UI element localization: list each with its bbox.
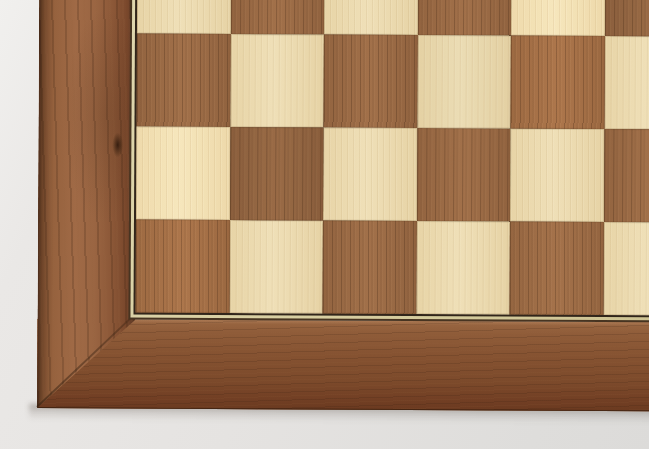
square-b2: [229, 127, 323, 220]
square-e3: [510, 35, 604, 128]
square-f1: [603, 222, 649, 315]
board-grid: [136, 0, 649, 315]
square-e1: [509, 221, 603, 314]
square-a3: [136, 34, 230, 127]
square-d1: [416, 221, 510, 314]
square-d3: [417, 35, 511, 128]
chessboard-photo-scene: [0, 0, 649, 449]
square-c1: [322, 220, 416, 313]
square-a4: [137, 0, 231, 34]
square-b3: [230, 34, 324, 127]
chessboard-assembly: [37, 0, 649, 412]
square-a1: [136, 220, 230, 313]
square-d2: [416, 128, 510, 221]
square-c2: [323, 127, 417, 220]
frame-bottom-rail: [37, 319, 649, 412]
square-a2: [136, 127, 230, 220]
square-b1: [229, 220, 323, 313]
square-e2: [510, 128, 604, 221]
square-b4: [230, 0, 324, 34]
square-d4: [417, 0, 511, 35]
square-f4: [604, 0, 649, 36]
square-f2: [603, 129, 649, 222]
square-e4: [511, 0, 605, 36]
square-c4: [324, 0, 418, 35]
square-f3: [604, 36, 649, 129]
square-c3: [323, 34, 417, 127]
